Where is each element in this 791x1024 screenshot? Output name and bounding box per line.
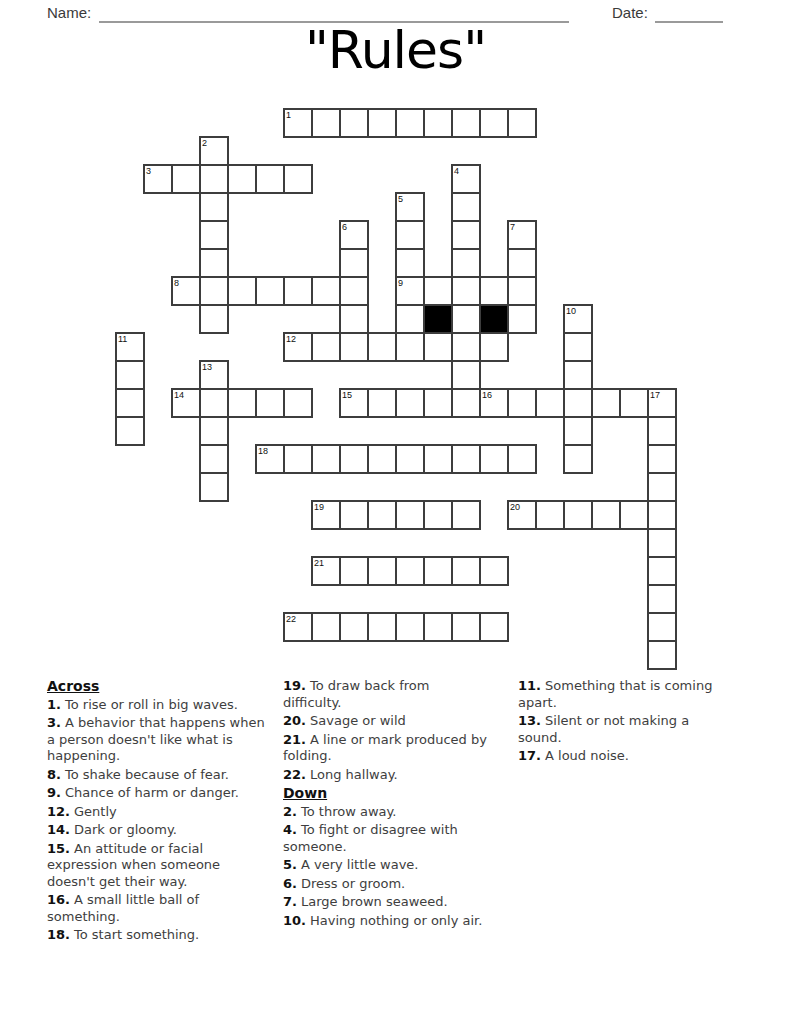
answer-cell[interactable]: [199, 304, 229, 334]
answer-cell[interactable]: [367, 108, 397, 138]
answer-cell[interactable]: [451, 444, 481, 474]
answer-cell[interactable]: [395, 108, 425, 138]
clue-number: 20.: [283, 713, 306, 728]
clue-text: Chance of harm or danger.: [65, 785, 239, 800]
answer-cell[interactable]: [115, 416, 145, 446]
clue-14-across: 14.Dark or gloomy.: [47, 822, 269, 839]
clue-8-across: 8.To shake because of fear.: [47, 767, 269, 784]
cell-number: 18: [258, 446, 268, 456]
clue-number: 6.: [283, 876, 297, 891]
answer-cell[interactable]: [423, 108, 453, 138]
answer-cell[interactable]: [199, 444, 229, 474]
cell-number: 11: [118, 334, 127, 344]
answer-cell[interactable]: [535, 388, 565, 418]
answer-cell[interactable]: [367, 332, 397, 362]
answer-cell[interactable]: [423, 388, 453, 418]
clue-number: 4.: [283, 822, 297, 837]
blocked-cell: [423, 304, 453, 334]
answer-cell[interactable]: [199, 220, 229, 250]
clue-number: 17.: [518, 748, 541, 763]
clue-number: 13.: [518, 713, 541, 728]
answer-cell[interactable]: [311, 444, 341, 474]
clue-4-down: 4.To fight or disagree with someone.: [283, 822, 491, 855]
answer-cell[interactable]: [283, 164, 313, 194]
answer-cell[interactable]: [199, 192, 229, 222]
cell-number: 16: [482, 390, 492, 400]
answer-cell[interactable]: [647, 528, 677, 558]
answer-cell[interactable]: [507, 276, 537, 306]
answer-cell[interactable]: [451, 360, 481, 390]
answer-cell[interactable]: [507, 444, 537, 474]
answer-cell[interactable]: [395, 332, 425, 362]
answer-cell[interactable]: 14: [171, 388, 201, 418]
clue-18-across: 18.To start something.: [47, 927, 269, 944]
cell-number: 4: [454, 166, 459, 176]
cell-number: 13: [202, 362, 212, 372]
clue-text: Dark or gloomy.: [74, 822, 177, 837]
answer-cell[interactable]: [339, 248, 369, 278]
answer-cell[interactable]: 17: [647, 388, 677, 418]
cell-number: 6: [342, 222, 347, 232]
cell-number: 9: [398, 278, 403, 288]
clue-number: 21.: [283, 732, 306, 747]
clue-number: 3.: [47, 715, 61, 730]
answer-cell[interactable]: [199, 472, 229, 502]
answer-cell[interactable]: [563, 332, 593, 362]
cell-number: 19: [314, 502, 324, 512]
clue-text: To fight or disagree with someone.: [283, 822, 458, 854]
answer-cell[interactable]: [395, 612, 425, 642]
clue-7-down: 7.Large brown seaweed.: [283, 894, 491, 911]
clue-1-across: 1.To rise or roll in big waves.: [47, 697, 269, 714]
answer-cell[interactable]: [507, 248, 537, 278]
answer-cell[interactable]: [339, 304, 369, 334]
cell-number: 22: [286, 614, 296, 624]
answer-cell[interactable]: [563, 360, 593, 390]
answer-cell[interactable]: [647, 584, 677, 614]
answer-cell[interactable]: [311, 276, 341, 306]
clue-22-across: 22.Long hallway.: [283, 767, 491, 784]
answer-cell[interactable]: [647, 500, 677, 530]
answer-cell[interactable]: [395, 304, 425, 334]
answer-cell[interactable]: [395, 444, 425, 474]
answer-cell[interactable]: [647, 640, 677, 670]
answer-cell[interactable]: [171, 164, 201, 194]
answer-cell[interactable]: [563, 388, 593, 418]
answer-cell[interactable]: [479, 332, 509, 362]
clue-6-down: 6.Dress or groom.: [283, 876, 491, 893]
answer-cell[interactable]: [311, 612, 341, 642]
clue-number: 9.: [47, 785, 61, 800]
answer-cell[interactable]: 2: [199, 136, 229, 166]
answer-cell[interactable]: [395, 500, 425, 530]
clue-11-down: 11.Something that is coming apart.: [518, 678, 730, 711]
answer-cell[interactable]: [255, 164, 285, 194]
answer-cell[interactable]: [423, 612, 453, 642]
clue-number: 18.: [47, 927, 70, 942]
answer-cell[interactable]: 5: [395, 192, 425, 222]
cell-number: 10: [566, 306, 576, 316]
answer-cell[interactable]: [563, 500, 593, 530]
cell-number: 12: [286, 334, 296, 344]
clue-number: 5.: [283, 857, 297, 872]
clue-text: A line or mark produced by folding.: [283, 732, 487, 764]
answer-cell[interactable]: [199, 388, 229, 418]
answer-cell[interactable]: 7: [507, 220, 537, 250]
answer-cell[interactable]: [451, 388, 481, 418]
clue-text: A very little wave.: [301, 857, 418, 872]
answer-cell[interactable]: [619, 500, 649, 530]
answer-cell[interactable]: [339, 444, 369, 474]
answer-cell[interactable]: [451, 332, 481, 362]
clue-17-down: 17.A loud noise.: [518, 748, 730, 765]
answer-cell[interactable]: 10: [563, 304, 593, 334]
cell-number: 2: [202, 138, 207, 148]
clue-number: 10.: [283, 913, 306, 928]
answer-cell[interactable]: 15: [339, 388, 369, 418]
clue-text: A loud noise.: [545, 748, 629, 763]
answer-cell[interactable]: 11: [115, 332, 145, 362]
answer-cell[interactable]: [507, 108, 537, 138]
clue-number: 19.: [283, 678, 306, 693]
answer-cell[interactable]: [647, 556, 677, 586]
answer-cell[interactable]: [479, 108, 509, 138]
cell-number: 1: [286, 110, 291, 120]
clue-text: Large brown seaweed.: [301, 894, 448, 909]
blocked-cell: [479, 304, 509, 334]
answer-cell[interactable]: [647, 444, 677, 474]
answer-cell[interactable]: [451, 220, 481, 250]
clue-number: 12.: [47, 804, 70, 819]
answer-cell[interactable]: [311, 108, 341, 138]
answer-cell[interactable]: 12: [283, 332, 313, 362]
answer-cell[interactable]: [507, 304, 537, 334]
answer-cell[interactable]: 18: [255, 444, 285, 474]
answer-cell[interactable]: [367, 388, 397, 418]
answer-cell[interactable]: [423, 500, 453, 530]
answer-cell[interactable]: [199, 416, 229, 446]
answer-cell[interactable]: [423, 332, 453, 362]
answer-cell[interactable]: [227, 164, 257, 194]
answer-cell[interactable]: [367, 556, 397, 586]
answer-cell[interactable]: [283, 444, 313, 474]
cell-number: 20: [510, 502, 520, 512]
clues-heading-across: Across: [47, 678, 269, 695]
answer-cell[interactable]: [395, 388, 425, 418]
clue-number: 22.: [283, 767, 306, 782]
clue-number: 11.: [518, 678, 541, 693]
answer-cell[interactable]: [451, 500, 481, 530]
answer-cell[interactable]: [339, 108, 369, 138]
clue-number: 15.: [47, 841, 70, 856]
answer-cell[interactable]: [367, 444, 397, 474]
answer-cell[interactable]: 1: [283, 108, 313, 138]
answer-cell[interactable]: 19: [311, 500, 341, 530]
clue-column-right: 11.Something that is coming apart.13.Sil…: [518, 678, 730, 767]
clue-column-left: Across1.To rise or roll in big waves.3.A…: [47, 678, 269, 946]
answer-cell[interactable]: 3: [143, 164, 173, 194]
answer-cell[interactable]: [479, 612, 509, 642]
crossword-worksheet-page: Name: Date: "Rules" 12345678910111213141…: [0, 0, 791, 1024]
answer-cell[interactable]: [227, 388, 257, 418]
answer-cell[interactable]: [647, 612, 677, 642]
cell-number: 14: [174, 390, 184, 400]
answer-cell[interactable]: 8: [171, 276, 201, 306]
answer-cell[interactable]: [199, 164, 229, 194]
answer-cell[interactable]: [255, 276, 285, 306]
answer-cell[interactable]: [451, 276, 481, 306]
answer-cell[interactable]: [283, 276, 313, 306]
clue-text: Long hallway.: [310, 767, 398, 782]
clue-number: 14.: [47, 822, 70, 837]
clue-text: To throw away.: [301, 804, 396, 819]
clue-number: 1.: [47, 697, 61, 712]
answer-cell[interactable]: [255, 388, 285, 418]
clue-12-across: 12.Gently: [47, 804, 269, 821]
answer-cell[interactable]: [395, 248, 425, 278]
clue-16-across: 16.A small little ball of something.: [47, 892, 269, 925]
clues-heading-down: Down: [283, 785, 491, 802]
answer-cell[interactable]: [115, 388, 145, 418]
clue-15-across: 15.An attitude or facial expression when…: [47, 841, 269, 891]
answer-cell[interactable]: [423, 444, 453, 474]
clue-text: To start something.: [74, 927, 199, 942]
clue-text: Savage or wild: [310, 713, 406, 728]
answer-cell[interactable]: [339, 332, 369, 362]
clue-number: 7.: [283, 894, 297, 909]
clue-3-across: 3.A behavior that happens when a person …: [47, 715, 269, 765]
clue-text: To rise or roll in big waves.: [65, 697, 238, 712]
cell-number: 3: [146, 166, 151, 176]
answer-cell[interactable]: [199, 248, 229, 278]
answer-cell[interactable]: 22: [283, 612, 313, 642]
answer-cell[interactable]: [563, 444, 593, 474]
clue-20-across: 20.Savage or wild: [283, 713, 491, 730]
answer-cell[interactable]: [507, 388, 537, 418]
name-label: Name:: [47, 4, 91, 21]
answer-cell[interactable]: 4: [451, 164, 481, 194]
clue-text: A behavior that happens when a person do…: [47, 715, 265, 763]
clue-number: 2.: [283, 804, 297, 819]
answer-cell[interactable]: [339, 612, 369, 642]
answer-cell[interactable]: [451, 192, 481, 222]
clue-19-across: 19.To draw back from difficulty.: [283, 678, 491, 711]
clue-9-across: 9.Chance of harm or danger.: [47, 785, 269, 802]
answer-cell[interactable]: [311, 332, 341, 362]
clue-text: Having nothing or only air.: [310, 913, 482, 928]
answer-cell[interactable]: [367, 500, 397, 530]
answer-cell[interactable]: [451, 612, 481, 642]
clue-column-middle: 19.To draw back from difficulty.20.Savag…: [283, 678, 491, 931]
clue-text: Silent or not making a sound.: [518, 713, 689, 745]
clue-text: Gently: [74, 804, 117, 819]
answer-cell[interactable]: [451, 304, 481, 334]
answer-cell[interactable]: [423, 276, 453, 306]
cell-number: 17: [650, 390, 660, 400]
clue-number: 16.: [47, 892, 70, 907]
cell-number: 8: [174, 278, 179, 288]
answer-cell[interactable]: [339, 556, 369, 586]
clue-text: Something that is coming apart.: [518, 678, 712, 710]
answer-cell[interactable]: [227, 276, 257, 306]
clue-13-down: 13.Silent or not making a sound.: [518, 713, 730, 746]
answer-cell[interactable]: [395, 220, 425, 250]
answer-cell[interactable]: [283, 388, 313, 418]
answer-cell[interactable]: [591, 500, 621, 530]
answer-cell[interactable]: 21: [311, 556, 341, 586]
answer-cell[interactable]: 16: [479, 388, 509, 418]
answer-cell[interactable]: 13: [199, 360, 229, 390]
answer-cell[interactable]: [339, 500, 369, 530]
clue-text: Dress or groom.: [301, 876, 405, 891]
answer-cell[interactable]: 6: [339, 220, 369, 250]
answer-cell[interactable]: 9: [395, 276, 425, 306]
answer-cell[interactable]: [563, 416, 593, 446]
answer-cell[interactable]: [479, 556, 509, 586]
clue-text: To shake because of fear.: [65, 767, 229, 782]
answer-cell[interactable]: [367, 612, 397, 642]
answer-cell[interactable]: [479, 444, 509, 474]
cell-number: 15: [342, 390, 352, 400]
puzzle-title: "Rules": [0, 20, 791, 80]
answer-cell[interactable]: [451, 108, 481, 138]
answer-cell[interactable]: [423, 556, 453, 586]
answer-cell[interactable]: [647, 416, 677, 446]
answer-cell[interactable]: [647, 472, 677, 502]
cell-number: 21: [314, 558, 324, 568]
clue-10-down: 10.Having nothing or only air.: [283, 913, 491, 930]
answer-cell[interactable]: [451, 556, 481, 586]
clue-5-down: 5.A very little wave.: [283, 857, 491, 874]
cell-number: 5: [398, 194, 403, 204]
answer-cell[interactable]: [535, 500, 565, 530]
answer-cell[interactable]: [479, 276, 509, 306]
date-label: Date:: [612, 4, 648, 21]
clue-21-across: 21.A line or mark produced by folding.: [283, 732, 491, 765]
clue-text: An attitude or facial expression when so…: [47, 841, 220, 889]
answer-cell[interactable]: 20: [507, 500, 537, 530]
answer-cell[interactable]: [591, 388, 621, 418]
answer-cell[interactable]: [115, 360, 145, 390]
clue-2-down: 2.To throw away.: [283, 804, 491, 821]
answer-cell[interactable]: [395, 556, 425, 586]
answer-cell[interactable]: [619, 388, 649, 418]
crossword-grid: 12345678910111213141516171819202122: [115, 108, 677, 670]
answer-cell[interactable]: [199, 276, 229, 306]
cell-number: 7: [510, 222, 515, 232]
answer-cell[interactable]: [451, 248, 481, 278]
clue-number: 8.: [47, 767, 61, 782]
answer-cell[interactable]: [339, 276, 369, 306]
